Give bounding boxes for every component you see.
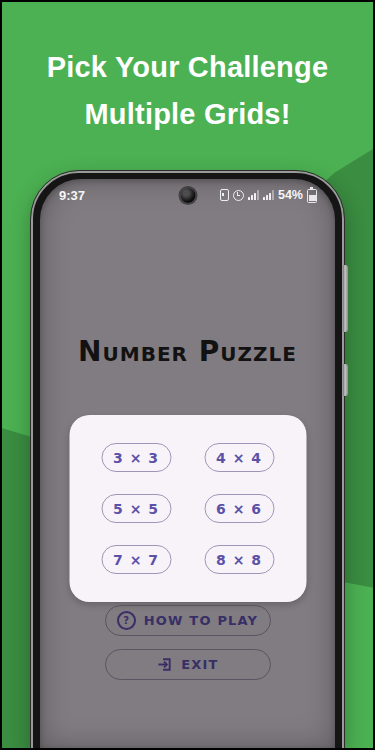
alarm-icon: [233, 190, 244, 201]
grid-size-button-7x7[interactable]: 7 × 7: [101, 545, 171, 574]
grid-size-button-8x8[interactable]: 8 × 8: [204, 545, 274, 574]
grid-size-button-3x3[interactable]: 3 × 3: [101, 443, 171, 472]
promo-screenshot: Pick Your Challenge Multiple Grids! 9:37…: [0, 0, 375, 750]
power-button: [343, 364, 348, 396]
grid-size-card: 3 × 3 4 × 4 5 × 5 6 × 6 7 × 7 8 × 8: [69, 415, 306, 602]
exit-icon: [156, 656, 173, 673]
headline: Pick Your Challenge Multiple Grids!: [0, 44, 375, 138]
app-title: Number Puzzle: [40, 335, 335, 368]
phone-mockup: 9:37 54% Number Puzzle 3 × 3 4 × 4 5 × 5…: [31, 171, 344, 750]
exit-button[interactable]: EXIT: [105, 649, 271, 680]
grid-size-button-5x5[interactable]: 5 × 5: [101, 494, 171, 523]
battery-percent: 54%: [278, 188, 303, 202]
battery-icon: [307, 189, 317, 203]
status-bar: 9:37 54%: [40, 185, 335, 205]
headline-line2: Multiple Grids!: [0, 91, 375, 138]
headline-line1: Pick Your Challenge: [0, 44, 375, 91]
volume-button: [343, 265, 348, 332]
question-circle-icon: ?: [117, 611, 136, 630]
phone-screen: 9:37 54% Number Puzzle 3 × 3 4 × 4 5 × 5…: [40, 179, 335, 748]
how-to-play-button[interactable]: ? HOW TO PLAY: [105, 605, 271, 636]
battery-saver-icon: [220, 189, 229, 201]
how-to-play-label: HOW TO PLAY: [144, 613, 258, 628]
grid-size-button-4x4[interactable]: 4 × 4: [204, 443, 274, 472]
exit-label: EXIT: [181, 657, 218, 672]
signal-icon: [248, 190, 259, 200]
status-icons: 54%: [220, 188, 317, 203]
status-time: 9:37: [59, 188, 85, 203]
grid-size-button-6x6[interactable]: 6 × 6: [204, 494, 274, 523]
signal-icon: [263, 190, 274, 200]
